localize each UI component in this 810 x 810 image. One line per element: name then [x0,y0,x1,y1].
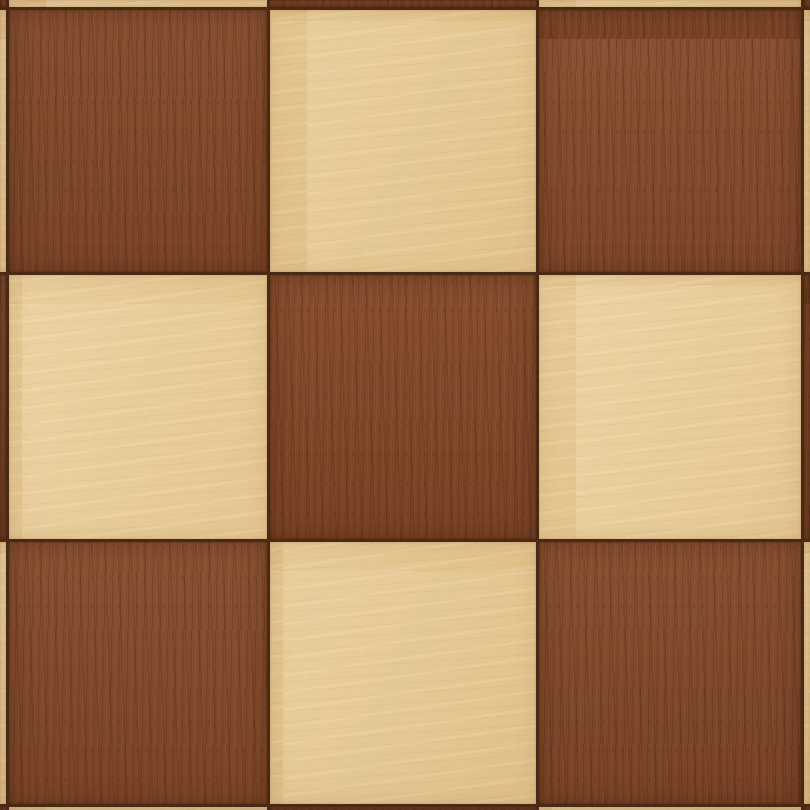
board-square[interactable] [270,542,536,804]
board-square[interactable] [0,10,6,272]
chessboard [0,0,810,810]
board-square[interactable] [804,542,810,804]
board-square[interactable] [804,0,810,7]
board-square[interactable] [0,275,6,539]
board-square[interactable] [9,10,267,272]
board-square[interactable] [270,275,536,539]
board-square[interactable] [539,0,801,7]
board-square[interactable] [9,0,267,7]
board-square[interactable] [0,0,6,7]
board-square[interactable] [804,10,810,272]
board-square[interactable] [539,10,801,272]
board-square[interactable] [539,275,801,539]
board-square[interactable] [804,275,810,539]
board-square[interactable] [0,542,6,804]
board-square[interactable] [9,542,267,804]
board-square[interactable] [539,542,801,804]
board-square[interactable] [270,0,536,7]
board-square[interactable] [270,10,536,272]
board-square[interactable] [9,275,267,539]
